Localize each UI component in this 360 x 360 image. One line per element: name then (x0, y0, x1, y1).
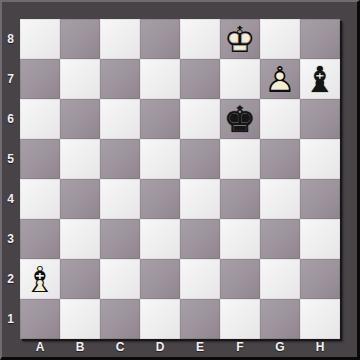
square-h1[interactable] (300, 299, 340, 339)
square-a7[interactable] (20, 59, 60, 99)
white-king-piece[interactable]: ♚♔ (220, 19, 260, 59)
square-c5[interactable] (100, 139, 140, 179)
file-label-a: A (20, 339, 60, 356)
square-d5[interactable] (140, 139, 180, 179)
square-g1[interactable] (260, 299, 300, 339)
rank-label-5: 5 (2, 139, 19, 179)
rank-label-3: 3 (2, 219, 19, 259)
file-label-d: D (140, 339, 180, 356)
chess-board-frame: ♚♔♟♙♝♚♝♗ 87654321 ABCDEFGH (0, 0, 360, 360)
square-g8[interactable] (260, 19, 300, 59)
square-c3[interactable] (100, 219, 140, 259)
white-pawn-piece[interactable]: ♟♙ (260, 59, 300, 99)
square-g6[interactable] (260, 99, 300, 139)
black-king-glyph: ♚ (220, 99, 260, 140)
square-g3[interactable] (260, 219, 300, 259)
square-b7[interactable] (60, 59, 100, 99)
square-b4[interactable] (60, 179, 100, 219)
square-e4[interactable] (180, 179, 220, 219)
square-d8[interactable] (140, 19, 180, 59)
square-g7[interactable]: ♟♙ (260, 59, 300, 99)
rank-label-6: 6 (2, 99, 19, 139)
rank-label-1: 1 (2, 299, 19, 339)
file-label-b: B (60, 339, 100, 356)
square-f8[interactable]: ♚♔ (220, 19, 260, 59)
square-a5[interactable] (20, 139, 60, 179)
black-bishop-piece[interactable]: ♝ (300, 59, 340, 99)
square-d6[interactable] (140, 99, 180, 139)
rank-label-2: 2 (2, 259, 19, 299)
white-bishop-glyph-outline: ♗ (20, 259, 60, 300)
square-a1[interactable] (20, 299, 60, 339)
square-b6[interactable] (60, 99, 100, 139)
square-h5[interactable] (300, 139, 340, 179)
square-a8[interactable] (20, 19, 60, 59)
square-c6[interactable] (100, 99, 140, 139)
file-label-g: G (260, 339, 300, 356)
chess-board: ♚♔♟♙♝♚♝♗ (20, 19, 340, 339)
square-h4[interactable] (300, 179, 340, 219)
square-f5[interactable] (220, 139, 260, 179)
square-e6[interactable] (180, 99, 220, 139)
square-d1[interactable] (140, 299, 180, 339)
square-b5[interactable] (60, 139, 100, 179)
square-f4[interactable] (220, 179, 260, 219)
square-g5[interactable] (260, 139, 300, 179)
square-h6[interactable] (300, 99, 340, 139)
square-g2[interactable] (260, 259, 300, 299)
square-e7[interactable] (180, 59, 220, 99)
square-f2[interactable] (220, 259, 260, 299)
white-bishop-piece[interactable]: ♝♗ (20, 259, 60, 299)
file-label-c: C (100, 339, 140, 356)
square-f6[interactable]: ♚ (220, 99, 260, 139)
square-b8[interactable] (60, 19, 100, 59)
black-bishop-glyph: ♝ (300, 59, 340, 100)
white-king-glyph-outline: ♔ (220, 19, 260, 60)
square-f7[interactable] (220, 59, 260, 99)
rank-label-8: 8 (2, 19, 19, 59)
square-c7[interactable] (100, 59, 140, 99)
square-e2[interactable] (180, 259, 220, 299)
square-e1[interactable] (180, 299, 220, 339)
square-c8[interactable] (100, 19, 140, 59)
square-d7[interactable] (140, 59, 180, 99)
square-h7[interactable]: ♝ (300, 59, 340, 99)
square-h3[interactable] (300, 219, 340, 259)
file-label-f: F (220, 339, 260, 356)
square-b3[interactable] (60, 219, 100, 259)
white-pawn-glyph-outline: ♙ (260, 59, 300, 100)
square-a3[interactable] (20, 219, 60, 259)
square-c2[interactable] (100, 259, 140, 299)
square-f1[interactable] (220, 299, 260, 339)
rank-label-7: 7 (2, 59, 19, 99)
square-d2[interactable] (140, 259, 180, 299)
square-d3[interactable] (140, 219, 180, 259)
square-b1[interactable] (60, 299, 100, 339)
square-a6[interactable] (20, 99, 60, 139)
square-e3[interactable] (180, 219, 220, 259)
square-e5[interactable] (180, 139, 220, 179)
square-c1[interactable] (100, 299, 140, 339)
square-c4[interactable] (100, 179, 140, 219)
file-label-h: H (300, 339, 340, 356)
square-h2[interactable] (300, 259, 340, 299)
square-d4[interactable] (140, 179, 180, 219)
square-b2[interactable] (60, 259, 100, 299)
file-label-e: E (180, 339, 220, 356)
square-g4[interactable] (260, 179, 300, 219)
square-a2[interactable]: ♝♗ (20, 259, 60, 299)
square-e8[interactable] (180, 19, 220, 59)
square-f3[interactable] (220, 219, 260, 259)
rank-label-4: 4 (2, 179, 19, 219)
square-h8[interactable] (300, 19, 340, 59)
black-king-piece[interactable]: ♚ (220, 99, 260, 139)
square-a4[interactable] (20, 179, 60, 219)
